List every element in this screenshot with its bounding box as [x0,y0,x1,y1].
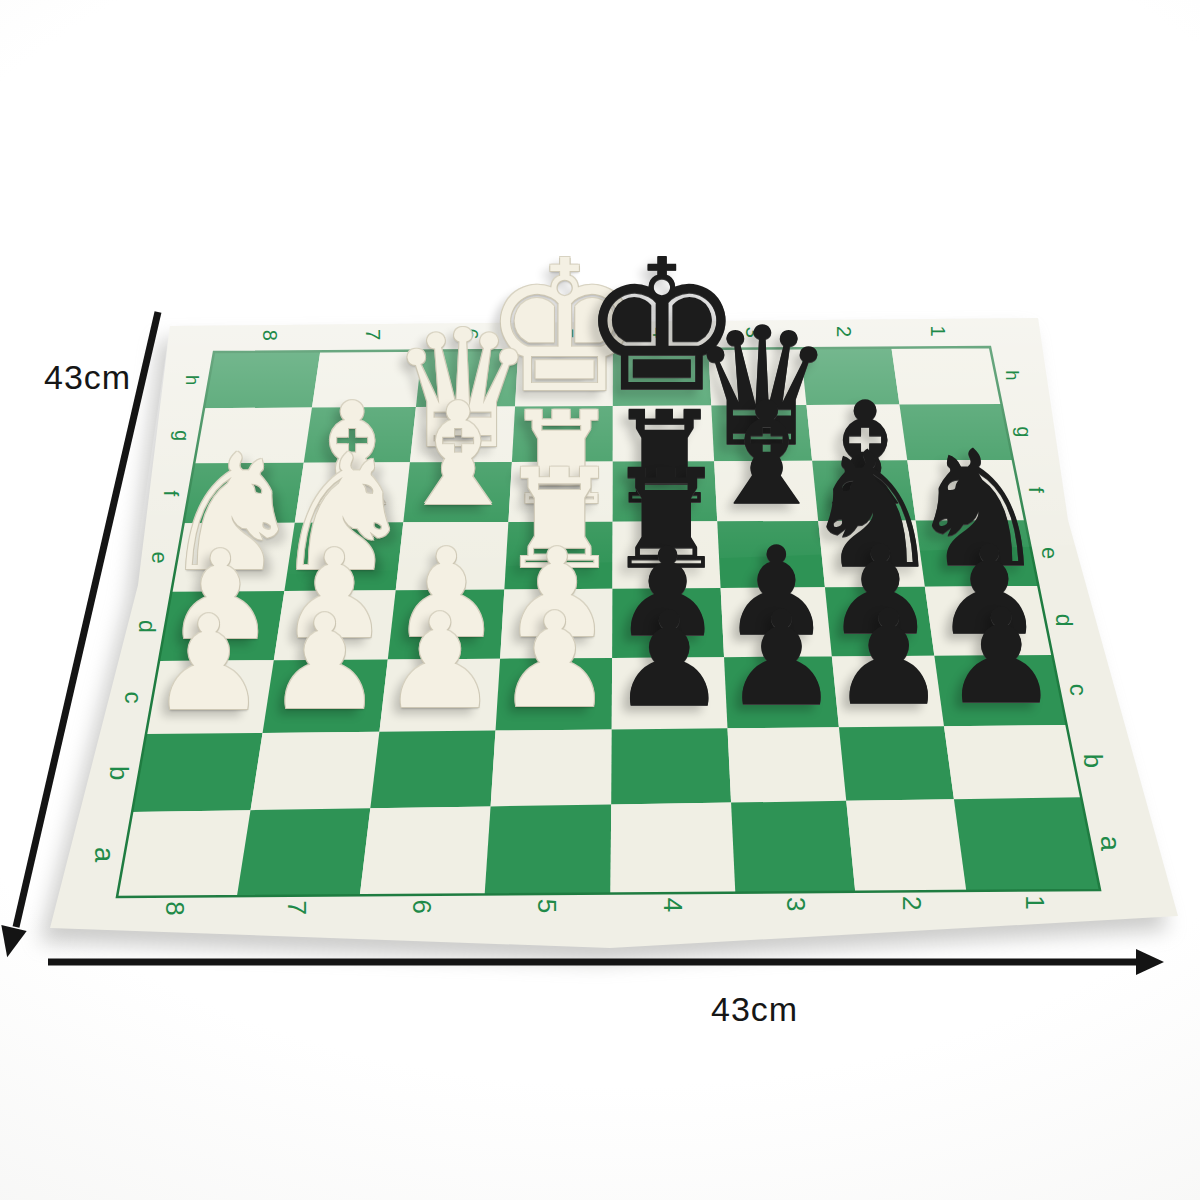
coord-bottom-1: 1 [1020,895,1050,909]
coord-top-7: 7 [362,329,384,340]
square-d5 [500,589,612,659]
coord-bottom-5: 5 [532,899,562,913]
square-b8 [132,733,262,812]
square-c5 [496,658,613,731]
square-c1 [934,655,1066,726]
square-d8 [159,591,284,661]
square-a1 [954,797,1100,891]
coord-top-8: 8 [259,330,281,341]
square-b7 [251,732,380,810]
coord-bottom-2: 2 [897,896,927,910]
coord-left-f: f [160,490,183,496]
coord-left-b: b [105,766,133,780]
board-squares [117,318,1100,897]
coord-right-b: b [1079,754,1107,768]
coord-top-5: 5 [555,328,577,339]
square-a8 [117,810,251,897]
coord-right-a: a [1095,836,1126,852]
coord-left-h: h [182,375,203,385]
coord-right-h: h [1002,370,1023,380]
coord-left-c: c [120,692,147,704]
product-photo-chess-set: 8877665544332211hhggffeeddccbbaa ♚♚♛♛♝♝♜… [0,0,1200,1200]
coord-top-4: 4 [649,327,671,338]
coord-bottom-4: 4 [658,898,688,912]
coord-top-6: 6 [460,328,482,339]
square-a2 [846,799,966,892]
square-c3 [724,656,839,728]
square-c8 [146,660,274,734]
square-b3 [727,727,846,802]
coord-right-g: g [1013,426,1035,437]
horizontal-dimension-label: 43cm [711,990,798,1029]
square-d7 [274,590,396,660]
coord-bottom-7: 7 [282,900,312,914]
square-d3 [721,587,832,657]
square-c4 [612,657,728,729]
square-a3 [731,801,855,893]
coord-left-d: d [134,620,160,633]
square-b1 [944,725,1081,799]
square-b4 [611,728,731,804]
square-d4 [612,588,724,658]
horizontal-arrow-head-icon [1136,949,1164,975]
square-c2 [832,656,944,727]
chess-board: 8877665544332211hhggffeeddccbbaa [0,0,1200,1200]
coord-right-d: d [1051,614,1077,627]
coord-bottom-3: 3 [781,897,811,911]
square-c6 [379,659,500,732]
square-b5 [491,729,612,806]
coord-right-f: f [1025,487,1048,493]
square-d1 [925,586,1053,656]
coord-top-2: 2 [833,326,855,337]
vertical-arrow-head-icon [1,925,26,957]
coord-bottom-8: 8 [160,901,190,915]
vertical-dimension-label: 43cm [44,358,131,397]
coord-top-1: 1 [927,325,949,336]
square-b2 [839,726,954,801]
coord-left-e: e [147,552,172,564]
coord-top-3: 3 [742,327,764,338]
coord-right-c: c [1065,684,1092,696]
coord-right-e: e [1037,547,1062,559]
coord-left-a: a [89,847,120,863]
square-a5 [485,804,612,894]
coord-left-g: g [171,430,193,441]
square-d6 [388,590,505,660]
square-a7 [237,808,370,896]
mat-sheen [133,318,1075,580]
square-b6 [370,731,495,809]
square-a6 [360,806,491,895]
square-d2 [825,587,934,657]
square-c7 [263,659,388,732]
square-a4 [610,803,735,894]
coord-bottom-6: 6 [407,900,437,914]
